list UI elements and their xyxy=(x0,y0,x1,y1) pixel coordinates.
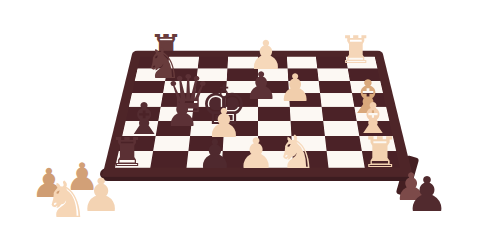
square-b1[interactable] xyxy=(151,151,188,167)
square-g1[interactable] xyxy=(327,151,364,167)
piece-black-rook-a1[interactable]: ♜ xyxy=(109,132,145,172)
piece-black-pawn-e6[interactable]: ♟ xyxy=(244,67,278,105)
piece-captured-black-pawn-2[interactable]: ♟ xyxy=(405,170,448,218)
piece-white-knight-e1[interactable]: ♞ xyxy=(275,129,316,175)
piece-white-bishop-h4[interactable]: ♝ xyxy=(354,98,392,140)
piece-captured-white-pawn-3[interactable]: ♟ xyxy=(80,172,121,218)
piece-black-pawn-b4[interactable]: ♟ xyxy=(165,94,199,132)
piece-white-pawn-d1[interactable]: ♟ xyxy=(237,133,275,175)
piece-white-rook-h8[interactable]: ♜ xyxy=(339,31,373,69)
piece-white-pawn-f6[interactable]: ♟ xyxy=(278,69,312,107)
chess-illustration-stage: ♜♞♟♜♛♚♟♟♝♝♟♝♟♜♟♟♞♜♟♟♟♟♞♟ xyxy=(0,0,500,244)
piece-black-pawn-c1[interactable]: ♟ xyxy=(197,134,233,174)
